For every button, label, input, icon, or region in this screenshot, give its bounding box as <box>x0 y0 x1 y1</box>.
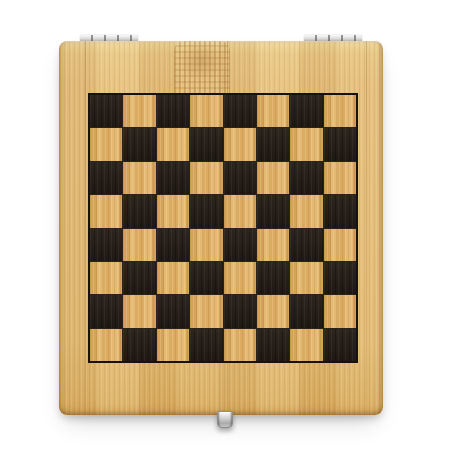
square-b2 <box>123 295 155 327</box>
square-a5 <box>90 195 122 227</box>
square-b6 <box>123 162 155 194</box>
square-h3 <box>324 262 356 294</box>
square-b3 <box>123 262 155 294</box>
chess-board <box>88 93 358 363</box>
square-f3 <box>257 262 289 294</box>
chess-box-lid <box>59 41 383 415</box>
square-d5 <box>190 195 222 227</box>
square-b7 <box>123 128 155 160</box>
square-a4 <box>90 229 122 261</box>
square-g8 <box>290 95 322 127</box>
square-a6 <box>90 162 122 194</box>
square-d7 <box>190 128 222 160</box>
square-c4 <box>157 229 189 261</box>
square-g1 <box>290 329 322 361</box>
square-e6 <box>224 162 256 194</box>
square-f8 <box>257 95 289 127</box>
square-e1 <box>224 329 256 361</box>
square-c3 <box>157 262 189 294</box>
square-b1 <box>123 329 155 361</box>
square-f4 <box>257 229 289 261</box>
square-e7 <box>224 128 256 160</box>
square-h8 <box>324 95 356 127</box>
square-d6 <box>190 162 222 194</box>
square-f7 <box>257 128 289 160</box>
square-d4 <box>190 229 222 261</box>
square-h2 <box>324 295 356 327</box>
square-d3 <box>190 262 222 294</box>
square-f2 <box>257 295 289 327</box>
square-c1 <box>157 329 189 361</box>
square-g5 <box>290 195 322 227</box>
square-h1 <box>324 329 356 361</box>
square-c7 <box>157 128 189 160</box>
square-a8 <box>90 95 122 127</box>
square-a7 <box>90 128 122 160</box>
square-g4 <box>290 229 322 261</box>
square-h5 <box>324 195 356 227</box>
square-e4 <box>224 229 256 261</box>
square-h7 <box>324 128 356 160</box>
square-g7 <box>290 128 322 160</box>
square-b8 <box>123 95 155 127</box>
square-g3 <box>290 262 322 294</box>
square-a1 <box>90 329 122 361</box>
square-d2 <box>190 295 222 327</box>
square-c8 <box>157 95 189 127</box>
product-photo <box>0 0 450 450</box>
square-h4 <box>324 229 356 261</box>
square-a3 <box>90 262 122 294</box>
square-f1 <box>257 329 289 361</box>
square-g2 <box>290 295 322 327</box>
square-f5 <box>257 195 289 227</box>
square-c6 <box>157 162 189 194</box>
square-g6 <box>290 162 322 194</box>
square-e5 <box>224 195 256 227</box>
square-d8 <box>190 95 222 127</box>
clasp-latch <box>217 411 233 428</box>
square-a2 <box>90 295 122 327</box>
square-c2 <box>157 295 189 327</box>
square-f6 <box>257 162 289 194</box>
wood-seam <box>85 41 86 415</box>
square-h6 <box>324 162 356 194</box>
square-b4 <box>123 229 155 261</box>
square-e3 <box>224 262 256 294</box>
square-d1 <box>190 329 222 361</box>
square-b5 <box>123 195 155 227</box>
square-c5 <box>157 195 189 227</box>
square-e8 <box>224 95 256 127</box>
wood-seam <box>366 41 367 415</box>
square-e2 <box>224 295 256 327</box>
